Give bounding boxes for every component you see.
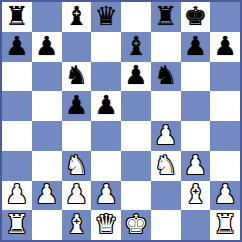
square-f7[interactable] <box>151 32 181 62</box>
square-g6[interactable] <box>181 62 211 92</box>
white-pawn: ♟ <box>154 122 177 148</box>
square-a6[interactable] <box>2 62 32 92</box>
square-c7[interactable] <box>62 32 92 62</box>
square-e4[interactable] <box>121 121 151 151</box>
square-f4[interactable]: ♟ <box>151 121 181 151</box>
square-c5[interactable]: ♟ <box>62 91 92 121</box>
white-pawn: ♟ <box>5 181 28 207</box>
square-h5[interactable] <box>210 91 240 121</box>
black-pawn: ♟ <box>213 33 236 59</box>
square-b1[interactable] <box>32 210 62 240</box>
square-g7[interactable]: ♟ <box>181 32 211 62</box>
white-pawn: ♟ <box>65 181 88 207</box>
white-pawn: ♟ <box>213 181 236 207</box>
square-h4[interactable] <box>210 121 240 151</box>
black-pawn: ♟ <box>35 33 58 59</box>
square-a7[interactable]: ♟ <box>2 32 32 62</box>
white-king: ♚ <box>124 211 147 237</box>
white-queen: ♛ <box>94 211 117 237</box>
square-f6[interactable]: ♞ <box>151 62 181 92</box>
black-knight: ♞ <box>154 62 177 88</box>
square-h1[interactable]: ♜ <box>210 210 240 240</box>
square-h3[interactable] <box>210 151 240 181</box>
square-f5[interactable] <box>151 91 181 121</box>
square-g5[interactable] <box>181 91 211 121</box>
square-d2[interactable]: ♟ <box>91 181 121 211</box>
chess-board: ♜♝♛♜♚♟♟♝♟♟♞♟♞♟♟♟♞♞♟♟♟♟♟♝♟♜♝♛♚♜ <box>0 0 242 242</box>
black-pawn: ♟ <box>65 92 88 118</box>
square-c8[interactable]: ♝ <box>62 2 92 32</box>
black-rook: ♜ <box>5 3 28 29</box>
square-c6[interactable]: ♞ <box>62 62 92 92</box>
black-queen: ♛ <box>94 3 117 29</box>
square-b3[interactable] <box>32 151 62 181</box>
black-pawn: ♟ <box>124 62 147 88</box>
white-rook: ♜ <box>213 211 236 237</box>
square-h6[interactable] <box>210 62 240 92</box>
square-g4[interactable] <box>181 121 211 151</box>
square-d6[interactable] <box>91 62 121 92</box>
square-f1[interactable] <box>151 210 181 240</box>
square-g2[interactable]: ♝ <box>181 181 211 211</box>
white-pawn: ♟ <box>94 181 117 207</box>
square-h7[interactable]: ♟ <box>210 32 240 62</box>
white-rook: ♜ <box>5 211 28 237</box>
square-f2[interactable] <box>151 181 181 211</box>
square-b6[interactable] <box>32 62 62 92</box>
white-knight: ♞ <box>154 152 177 178</box>
square-b7[interactable]: ♟ <box>32 32 62 62</box>
square-d7[interactable] <box>91 32 121 62</box>
square-a1[interactable]: ♜ <box>2 210 32 240</box>
square-a5[interactable] <box>2 91 32 121</box>
black-pawn: ♟ <box>184 33 207 59</box>
square-e7[interactable]: ♝ <box>121 32 151 62</box>
square-e1[interactable]: ♚ <box>121 210 151 240</box>
square-a3[interactable] <box>2 151 32 181</box>
square-a4[interactable] <box>2 121 32 151</box>
square-c3[interactable]: ♞ <box>62 151 92 181</box>
square-e6[interactable]: ♟ <box>121 62 151 92</box>
square-g3[interactable]: ♟ <box>181 151 211 181</box>
square-f3[interactable]: ♞ <box>151 151 181 181</box>
square-d5[interactable]: ♟ <box>91 91 121 121</box>
black-rook: ♜ <box>154 3 177 29</box>
square-g1[interactable] <box>181 210 211 240</box>
square-a2[interactable]: ♟ <box>2 181 32 211</box>
square-e8[interactable] <box>121 2 151 32</box>
black-king: ♚ <box>184 3 207 29</box>
square-e5[interactable] <box>121 91 151 121</box>
black-pawn: ♟ <box>5 33 28 59</box>
square-g8[interactable]: ♚ <box>181 2 211 32</box>
square-h8[interactable] <box>210 2 240 32</box>
square-d3[interactable] <box>91 151 121 181</box>
square-c1[interactable]: ♝ <box>62 210 92 240</box>
square-b4[interactable] <box>32 121 62 151</box>
black-knight: ♞ <box>65 62 88 88</box>
square-c4[interactable] <box>62 121 92 151</box>
square-c2[interactable]: ♟ <box>62 181 92 211</box>
black-pawn: ♟ <box>94 92 117 118</box>
square-f8[interactable]: ♜ <box>151 2 181 32</box>
white-knight: ♞ <box>65 152 88 178</box>
black-bishop: ♝ <box>65 3 88 29</box>
chess-board-wrapper: ♜♝♛♜♚♟♟♝♟♟♞♟♞♟♟♟♞♞♟♟♟♟♟♝♟♜♝♛♚♜ <box>0 0 242 242</box>
square-b8[interactable] <box>32 2 62 32</box>
square-d4[interactable] <box>91 121 121 151</box>
square-a8[interactable]: ♜ <box>2 2 32 32</box>
white-bishop: ♝ <box>184 181 207 207</box>
square-b2[interactable]: ♟ <box>32 181 62 211</box>
square-b5[interactable] <box>32 91 62 121</box>
square-h2[interactable]: ♟ <box>210 181 240 211</box>
black-bishop: ♝ <box>124 33 147 59</box>
square-e3[interactable] <box>121 151 151 181</box>
square-d1[interactable]: ♛ <box>91 210 121 240</box>
white-pawn: ♟ <box>184 152 207 178</box>
white-bishop: ♝ <box>65 211 88 237</box>
square-d8[interactable]: ♛ <box>91 2 121 32</box>
square-e2[interactable] <box>121 181 151 211</box>
white-pawn: ♟ <box>35 181 58 207</box>
